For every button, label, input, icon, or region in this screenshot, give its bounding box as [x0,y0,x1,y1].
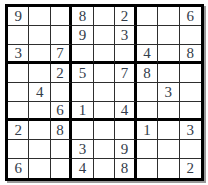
cell-r2c2[interactable] [29,26,50,45]
cell-r7c9[interactable]: 3 [180,121,201,140]
cell-r4c7[interactable]: 8 [137,64,158,83]
cell-r5c8[interactable]: 3 [158,83,179,102]
cell-r7c7[interactable]: 1 [137,121,158,140]
cell-r5c9[interactable] [180,83,201,102]
cell-r9c7[interactable] [137,159,158,178]
cell-r2c7[interactable] [137,26,158,45]
cell-r9c5[interactable] [94,159,115,178]
cell-r3c1[interactable]: 3 [8,45,29,64]
cell-r8c9[interactable] [180,140,201,159]
cell-r4c3[interactable]: 2 [51,64,72,83]
cell-r6c6[interactable]: 4 [115,102,136,121]
cell-r2c6[interactable]: 3 [115,26,136,45]
cell-r9c2[interactable] [29,159,50,178]
cell-r1c4[interactable]: 8 [72,7,93,26]
cell-r5c7[interactable] [137,83,158,102]
cell-r1c7[interactable] [137,7,158,26]
cell-r9c1[interactable]: 6 [8,159,29,178]
cell-r3c7[interactable]: 4 [137,45,158,64]
cell-r5c3[interactable] [51,83,72,102]
cell-r1c9[interactable]: 6 [180,7,201,26]
cell-r8c6[interactable]: 9 [115,140,136,159]
cell-r8c4[interactable]: 3 [72,140,93,159]
cell-r8c2[interactable] [29,140,50,159]
cell-r5c2[interactable]: 4 [29,83,50,102]
cell-r4c9[interactable] [180,64,201,83]
cell-r3c4[interactable] [72,45,93,64]
cell-r1c1[interactable]: 9 [8,7,29,26]
cell-r6c9[interactable] [180,102,201,121]
cell-r5c5[interactable] [94,83,115,102]
sudoku-board: 98269337482578436142813396482 [5,4,204,181]
cell-r4c5[interactable] [94,64,115,83]
cell-r4c2[interactable] [29,64,50,83]
cell-r6c7[interactable] [137,102,158,121]
cell-r2c4[interactable]: 9 [72,26,93,45]
cell-r6c4[interactable]: 1 [72,102,93,121]
cell-r1c5[interactable] [94,7,115,26]
cell-r1c6[interactable]: 2 [115,7,136,26]
cell-r7c3[interactable]: 8 [51,121,72,140]
cell-r1c8[interactable] [158,7,179,26]
cell-r7c2[interactable] [29,121,50,140]
cell-r7c6[interactable] [115,121,136,140]
cell-r3c9[interactable]: 8 [180,45,201,64]
cell-r9c3[interactable] [51,159,72,178]
cell-r2c5[interactable] [94,26,115,45]
cell-r6c2[interactable] [29,102,50,121]
cell-r6c5[interactable] [94,102,115,121]
sudoku-page: 98269337482578436142813396482 [0,0,208,185]
cell-r2c1[interactable] [8,26,29,45]
cell-r6c3[interactable]: 6 [51,102,72,121]
cell-r3c3[interactable]: 7 [51,45,72,64]
cell-r9c6[interactable]: 8 [115,159,136,178]
cell-r3c5[interactable] [94,45,115,64]
cell-r4c1[interactable] [8,64,29,83]
cell-r3c6[interactable] [115,45,136,64]
cell-r1c3[interactable] [51,7,72,26]
cell-r7c5[interactable] [94,121,115,140]
cell-r8c8[interactable] [158,140,179,159]
cell-r5c1[interactable] [8,83,29,102]
cell-r6c8[interactable] [158,102,179,121]
cell-r7c4[interactable] [72,121,93,140]
cell-r8c3[interactable] [51,140,72,159]
cell-r5c6[interactable] [115,83,136,102]
cell-r3c2[interactable] [29,45,50,64]
cell-r3c8[interactable] [158,45,179,64]
cell-r5c4[interactable] [72,83,93,102]
cell-r4c4[interactable]: 5 [72,64,93,83]
cell-r2c9[interactable] [180,26,201,45]
cell-r2c3[interactable] [51,26,72,45]
cell-r8c1[interactable] [8,140,29,159]
cell-r4c6[interactable]: 7 [115,64,136,83]
cell-r2c8[interactable] [158,26,179,45]
cell-r4c8[interactable] [158,64,179,83]
cell-r9c8[interactable] [158,159,179,178]
cell-r6c1[interactable] [8,102,29,121]
cell-r7c8[interactable] [158,121,179,140]
cell-r8c5[interactable] [94,140,115,159]
cell-r9c4[interactable]: 4 [72,159,93,178]
cell-r7c1[interactable]: 2 [8,121,29,140]
cell-r1c2[interactable] [29,7,50,26]
cell-r8c7[interactable] [137,140,158,159]
cell-r9c9[interactable]: 2 [180,159,201,178]
